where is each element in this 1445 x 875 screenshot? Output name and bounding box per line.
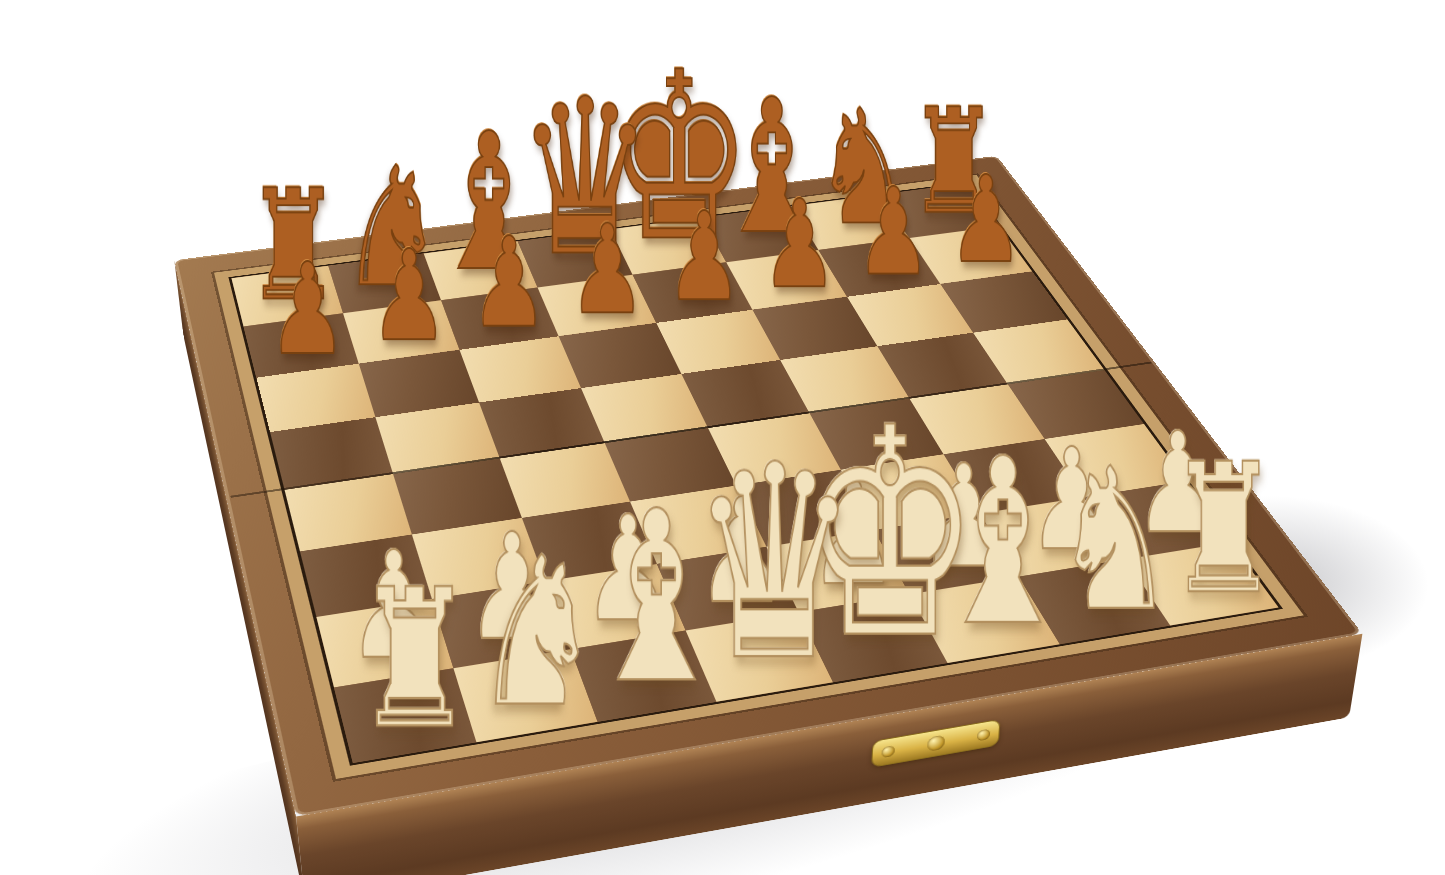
- square-f3: [841, 454, 980, 530]
- square-d1: ♛: [686, 612, 833, 702]
- piece-black-bishop-c8: ♝: [430, 114, 549, 293]
- latch-screw-icon: [882, 745, 896, 758]
- piece-black-knight-b8: ♞: [340, 150, 443, 306]
- latch-screw-icon: [927, 735, 945, 752]
- piece-black-rook-h8: ♜: [908, 94, 999, 231]
- square-b5: [375, 402, 499, 473]
- latch-screw-icon: [977, 729, 991, 742]
- chess-board-box: ♜♞♝♛♚♝♞♜♟♟♟♟♟♟♟♟♟♟♟♟♟♟♟♟♜♞♝♛♚♝♞♜: [174, 156, 1362, 817]
- brass-latch-icon: [871, 719, 1000, 768]
- piece-black-rook-a8: ♜: [246, 174, 342, 319]
- product-photo-scene: ♜♞♝♛♚♝♞♜♟♟♟♟♟♟♟♟♟♟♟♟♟♟♟♟♜♞♝♛♚♝♞♜: [0, 0, 1445, 875]
- square-h1: ♜: [1126, 542, 1279, 625]
